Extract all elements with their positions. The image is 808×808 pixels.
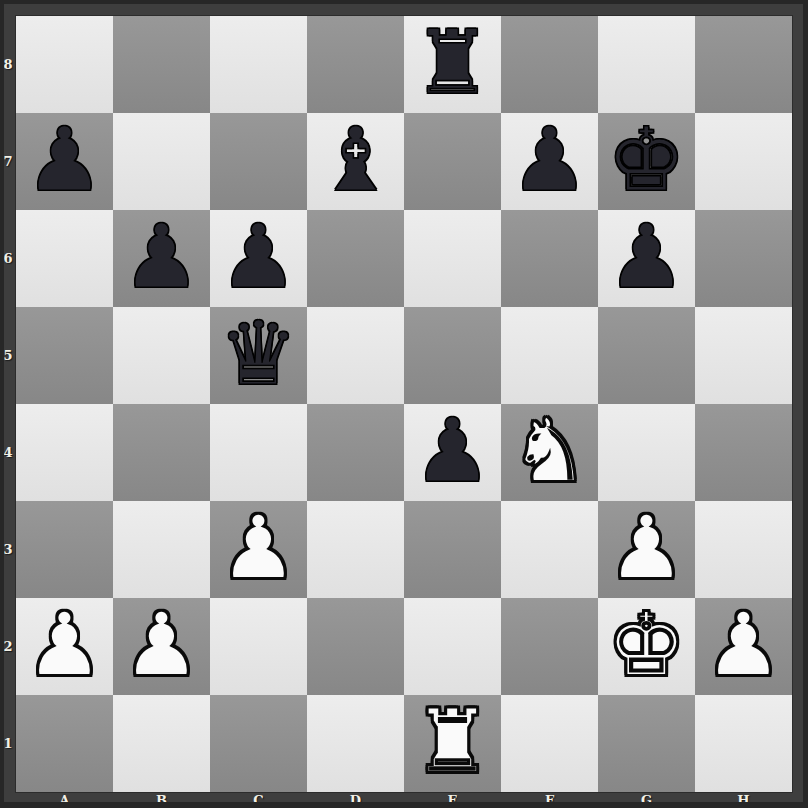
square-d7[interactable]: ♝ — [307, 113, 404, 210]
square-f3[interactable] — [501, 501, 598, 598]
square-a3[interactable] — [16, 501, 113, 598]
square-b7[interactable] — [113, 113, 210, 210]
square-c1[interactable] — [210, 695, 307, 792]
square-f4[interactable]: ♞ — [501, 404, 598, 501]
square-d5[interactable] — [307, 307, 404, 404]
rank-label-3: 3 — [0, 501, 16, 598]
black-pawn[interactable]: ♟ — [25, 113, 104, 208]
rank-label-2: 2 — [0, 598, 16, 695]
square-h5[interactable] — [695, 307, 792, 404]
square-a8[interactable] — [16, 16, 113, 113]
rank-label-4: 4 — [0, 404, 16, 501]
file-label-d: D — [307, 792, 404, 808]
file-label-h: H — [695, 792, 792, 808]
black-bishop[interactable]: ♝ — [316, 113, 395, 208]
square-e3[interactable] — [404, 501, 501, 598]
square-g4[interactable] — [598, 404, 695, 501]
square-g5[interactable] — [598, 307, 695, 404]
square-b2[interactable]: ♟ — [113, 598, 210, 695]
file-label-c: C — [210, 792, 307, 808]
square-d4[interactable] — [307, 404, 404, 501]
square-e8[interactable]: ♜ — [404, 16, 501, 113]
file-label-a: A — [16, 792, 113, 808]
white-pawn[interactable]: ♟ — [607, 501, 686, 596]
square-b6[interactable]: ♟ — [113, 210, 210, 307]
square-f1[interactable] — [501, 695, 598, 792]
square-e4[interactable]: ♟ — [404, 404, 501, 501]
black-queen[interactable]: ♛ — [219, 307, 298, 402]
white-pawn[interactable]: ♟ — [122, 598, 201, 693]
square-g7[interactable]: ♚ — [598, 113, 695, 210]
square-e5[interactable] — [404, 307, 501, 404]
square-e1[interactable]: ♜ — [404, 695, 501, 792]
square-e6[interactable] — [404, 210, 501, 307]
white-pawn[interactable]: ♟ — [25, 598, 104, 693]
rank-label-8: 8 — [0, 16, 16, 113]
square-g6[interactable]: ♟ — [598, 210, 695, 307]
square-f8[interactable] — [501, 16, 598, 113]
square-b1[interactable] — [113, 695, 210, 792]
square-e2[interactable] — [404, 598, 501, 695]
square-a4[interactable] — [16, 404, 113, 501]
rank-label-5: 5 — [0, 307, 16, 404]
file-label-g: G — [598, 792, 695, 808]
rank-label-1: 1 — [0, 695, 16, 792]
square-g3[interactable]: ♟ — [598, 501, 695, 598]
black-pawn[interactable]: ♟ — [607, 210, 686, 305]
square-d2[interactable] — [307, 598, 404, 695]
white-rook[interactable]: ♜ — [413, 695, 492, 790]
square-f5[interactable] — [501, 307, 598, 404]
square-a2[interactable]: ♟ — [16, 598, 113, 695]
rank-label-6: 6 — [0, 210, 16, 307]
file-label-f: F — [501, 792, 598, 808]
square-g1[interactable] — [598, 695, 695, 792]
board-squares: ♜♟♝♟♚♟♟♟♛♟♞♟♟♟♟♚♟♜ — [16, 16, 792, 792]
black-pawn[interactable]: ♟ — [413, 404, 492, 499]
file-label-b: B — [113, 792, 210, 808]
black-king[interactable]: ♚ — [607, 113, 686, 208]
square-g2[interactable]: ♚ — [598, 598, 695, 695]
square-d6[interactable] — [307, 210, 404, 307]
square-a1[interactable] — [16, 695, 113, 792]
square-h3[interactable] — [695, 501, 792, 598]
black-pawn[interactable]: ♟ — [219, 210, 298, 305]
square-c3[interactable]: ♟ — [210, 501, 307, 598]
square-b3[interactable] — [113, 501, 210, 598]
black-pawn[interactable]: ♟ — [122, 210, 201, 305]
square-h2[interactable]: ♟ — [695, 598, 792, 695]
square-f2[interactable] — [501, 598, 598, 695]
square-d8[interactable] — [307, 16, 404, 113]
square-g8[interactable] — [598, 16, 695, 113]
square-e7[interactable] — [404, 113, 501, 210]
black-rook[interactable]: ♜ — [413, 16, 492, 111]
square-h1[interactable] — [695, 695, 792, 792]
square-d3[interactable] — [307, 501, 404, 598]
white-pawn[interactable]: ♟ — [704, 598, 783, 693]
square-c4[interactable] — [210, 404, 307, 501]
black-pawn[interactable]: ♟ — [510, 113, 589, 208]
square-d1[interactable] — [307, 695, 404, 792]
square-c5[interactable]: ♛ — [210, 307, 307, 404]
white-pawn[interactable]: ♟ — [219, 501, 298, 596]
square-b4[interactable] — [113, 404, 210, 501]
square-a6[interactable] — [16, 210, 113, 307]
square-c2[interactable] — [210, 598, 307, 695]
square-c8[interactable] — [210, 16, 307, 113]
square-h4[interactable] — [695, 404, 792, 501]
square-a7[interactable]: ♟ — [16, 113, 113, 210]
chess-board: ♜♟♝♟♚♟♟♟♛♟♞♟♟♟♟♚♟♜ 87654321 ABCDEFGH — [0, 0, 808, 808]
square-a5[interactable] — [16, 307, 113, 404]
square-f7[interactable]: ♟ — [501, 113, 598, 210]
square-b5[interactable] — [113, 307, 210, 404]
file-label-e: E — [404, 792, 501, 808]
square-f6[interactable] — [501, 210, 598, 307]
white-king[interactable]: ♚ — [607, 598, 686, 693]
square-h7[interactable] — [695, 113, 792, 210]
square-c7[interactable] — [210, 113, 307, 210]
square-h8[interactable] — [695, 16, 792, 113]
square-b8[interactable] — [113, 16, 210, 113]
square-h6[interactable] — [695, 210, 792, 307]
rank-label-7: 7 — [0, 113, 16, 210]
white-knight[interactable]: ♞ — [510, 404, 589, 499]
square-c6[interactable]: ♟ — [210, 210, 307, 307]
